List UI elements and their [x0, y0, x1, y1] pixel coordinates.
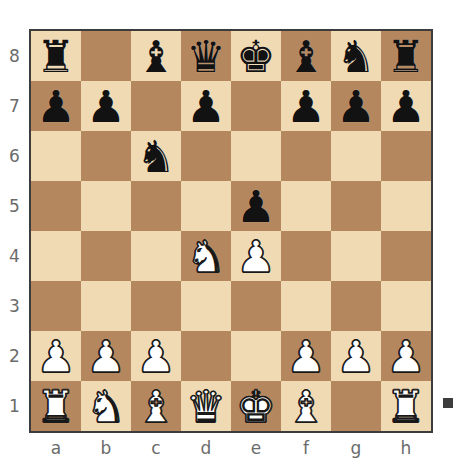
piece-black-rook[interactable]: ♜: [381, 31, 431, 81]
square-h5[interactable]: [381, 181, 431, 231]
square-b8[interactable]: [81, 31, 131, 81]
piece-white-knight[interactable]: ♞: [81, 381, 131, 431]
piece-white-knight[interactable]: ♞: [181, 231, 231, 281]
square-d3[interactable]: [181, 281, 231, 331]
square-a3[interactable]: [31, 281, 81, 331]
chess-board-app: 8 7 6 5 4 3 2 1 ♜♝♛♚♝♞♜♟♟♟♟♟♟♞♟♞♟♟♟♟♟♟♟♜…: [0, 0, 464, 464]
square-c2[interactable]: ♟: [131, 331, 181, 381]
piece-white-bishop[interactable]: ♝: [281, 381, 331, 431]
file-label-e: e: [231, 436, 281, 460]
square-h3[interactable]: [381, 281, 431, 331]
piece-white-pawn[interactable]: ♟: [81, 331, 131, 381]
rank-label-1: 1: [0, 381, 29, 431]
square-e7[interactable]: [231, 81, 281, 131]
piece-black-pawn[interactable]: ♟: [231, 181, 281, 231]
square-c8[interactable]: ♝: [131, 31, 181, 81]
square-f4[interactable]: [281, 231, 331, 281]
piece-white-rook[interactable]: ♜: [381, 381, 431, 431]
file-label-h: h: [381, 436, 431, 460]
piece-black-pawn[interactable]: ♟: [81, 81, 131, 131]
square-e3[interactable]: [231, 281, 281, 331]
square-g4[interactable]: [331, 231, 381, 281]
piece-white-king[interactable]: ♚: [231, 381, 281, 431]
file-label-c: c: [131, 436, 181, 460]
piece-white-pawn[interactable]: ♟: [31, 331, 81, 381]
square-c5[interactable]: [131, 181, 181, 231]
square-g5[interactable]: [331, 181, 381, 231]
square-a5[interactable]: [31, 181, 81, 231]
square-h1[interactable]: ♜: [381, 381, 431, 431]
square-f2[interactable]: ♟: [281, 331, 331, 381]
piece-white-pawn[interactable]: ♟: [231, 231, 281, 281]
rank-label-7: 7: [0, 81, 29, 131]
square-a1[interactable]: ♜: [31, 381, 81, 431]
square-c4[interactable]: [131, 231, 181, 281]
piece-black-rook[interactable]: ♜: [31, 31, 81, 81]
square-d1[interactable]: ♛: [181, 381, 231, 431]
square-g7[interactable]: ♟: [331, 81, 381, 131]
rank-label-2: 2: [0, 331, 29, 381]
file-label-g: g: [331, 436, 381, 460]
square-f3[interactable]: [281, 281, 331, 331]
square-g3[interactable]: [331, 281, 381, 331]
square-c1[interactable]: ♝: [131, 381, 181, 431]
square-b4[interactable]: [81, 231, 131, 281]
square-h6[interactable]: [381, 131, 431, 181]
piece-black-king[interactable]: ♚: [231, 31, 281, 81]
square-d6[interactable]: [181, 131, 231, 181]
piece-white-pawn[interactable]: ♟: [381, 331, 431, 381]
square-c6[interactable]: ♞: [131, 131, 181, 181]
piece-white-pawn[interactable]: ♟: [131, 331, 181, 381]
rank-label-3: 3: [0, 281, 29, 331]
piece-black-knight[interactable]: ♞: [331, 31, 381, 81]
file-labels: a b c d e f g h: [31, 436, 431, 460]
square-a8[interactable]: ♜: [31, 31, 81, 81]
file-label-f: f: [281, 436, 331, 460]
square-g2[interactable]: ♟: [331, 331, 381, 381]
square-c7[interactable]: [131, 81, 181, 131]
square-h2[interactable]: ♟: [381, 331, 431, 381]
square-f8[interactable]: ♝: [281, 31, 331, 81]
square-e4[interactable]: ♟: [231, 231, 281, 281]
piece-black-pawn[interactable]: ♟: [331, 81, 381, 131]
square-f5[interactable]: [281, 181, 331, 231]
square-b7[interactable]: ♟: [81, 81, 131, 131]
square-b2[interactable]: ♟: [81, 331, 131, 381]
square-b6[interactable]: [81, 131, 131, 181]
move-indicator: [443, 398, 453, 408]
piece-black-pawn[interactable]: ♟: [31, 81, 81, 131]
square-a2[interactable]: ♟: [31, 331, 81, 381]
piece-black-bishop[interactable]: ♝: [281, 31, 331, 81]
square-h4[interactable]: [381, 231, 431, 281]
file-label-d: d: [181, 436, 231, 460]
file-label-a: a: [31, 436, 81, 460]
piece-black-pawn[interactable]: ♟: [381, 81, 431, 131]
square-b1[interactable]: ♞: [81, 381, 131, 431]
square-a6[interactable]: [31, 131, 81, 181]
square-g8[interactable]: ♞: [331, 31, 381, 81]
piece-white-bishop[interactable]: ♝: [131, 381, 181, 431]
square-a4[interactable]: [31, 231, 81, 281]
rank-label-5: 5: [0, 181, 29, 231]
square-e8[interactable]: ♚: [231, 31, 281, 81]
square-f6[interactable]: [281, 131, 331, 181]
square-d8[interactable]: ♛: [181, 31, 231, 81]
square-g1[interactable]: [331, 381, 381, 431]
square-e1[interactable]: ♚: [231, 381, 281, 431]
piece-black-knight[interactable]: ♞: [131, 131, 181, 181]
piece-black-bishop[interactable]: ♝: [131, 31, 181, 81]
square-f1[interactable]: ♝: [281, 381, 331, 431]
square-h8[interactable]: ♜: [381, 31, 431, 81]
piece-black-pawn[interactable]: ♟: [281, 81, 331, 131]
square-a7[interactable]: ♟: [31, 81, 81, 131]
square-b5[interactable]: [81, 181, 131, 231]
rank-label-4: 4: [0, 231, 29, 281]
rank-label-6: 6: [0, 131, 29, 181]
square-f7[interactable]: ♟: [281, 81, 331, 131]
square-c3[interactable]: [131, 281, 181, 331]
square-d5[interactable]: [181, 181, 231, 231]
chess-board: ♜♝♛♚♝♞♜♟♟♟♟♟♟♞♟♞♟♟♟♟♟♟♟♜♞♝♛♚♝♜: [29, 29, 433, 433]
square-d2[interactable]: [181, 331, 231, 381]
square-h7[interactable]: ♟: [381, 81, 431, 131]
rank-label-8: 8: [0, 31, 29, 81]
file-label-b: b: [81, 436, 131, 460]
square-d4[interactable]: ♞: [181, 231, 231, 281]
square-e6[interactable]: [231, 131, 281, 181]
piece-black-queen[interactable]: ♛: [181, 31, 231, 81]
square-b3[interactable]: [81, 281, 131, 331]
piece-white-pawn[interactable]: ♟: [281, 331, 331, 381]
square-g6[interactable]: [331, 131, 381, 181]
piece-white-rook[interactable]: ♜: [31, 381, 81, 431]
square-e5[interactable]: ♟: [231, 181, 281, 231]
piece-white-queen[interactable]: ♛: [181, 381, 231, 431]
square-d7[interactable]: ♟: [181, 81, 231, 131]
piece-white-pawn[interactable]: ♟: [331, 331, 381, 381]
square-e2[interactable]: [231, 331, 281, 381]
rank-labels: 8 7 6 5 4 3 2 1: [0, 31, 29, 431]
piece-black-pawn[interactable]: ♟: [181, 81, 231, 131]
